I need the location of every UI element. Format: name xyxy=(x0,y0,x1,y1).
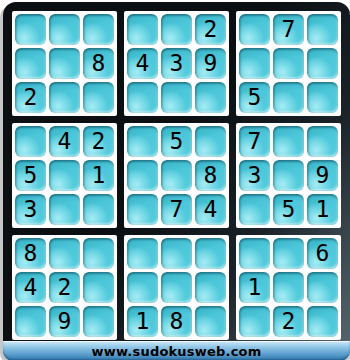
cell-r1c8[interactable]: 7 xyxy=(273,14,304,45)
cell-r9c8[interactable]: 2 xyxy=(273,306,304,337)
box-1-1: 82 xyxy=(12,11,117,116)
cell-r9c2[interactable]: 9 xyxy=(49,306,80,337)
cell-r3c2[interactable] xyxy=(49,82,80,113)
cell-r5c5[interactable] xyxy=(161,160,192,191)
cell-r5c6[interactable]: 8 xyxy=(195,160,226,191)
cell-r8c2[interactable]: 2 xyxy=(49,272,80,303)
cell-r1c6[interactable]: 2 xyxy=(195,14,226,45)
box-3-2: 18 xyxy=(124,235,229,340)
box-1-2: 2439 xyxy=(124,11,229,116)
cell-r8c1[interactable]: 4 xyxy=(15,272,46,303)
cell-r2c7[interactable] xyxy=(239,48,270,79)
cell-r1c1[interactable] xyxy=(15,14,46,45)
box-2-2: 5874 xyxy=(124,123,229,228)
cell-r5c1[interactable]: 5 xyxy=(15,160,46,191)
cell-r5c9[interactable]: 9 xyxy=(307,160,338,191)
cell-r5c4[interactable] xyxy=(127,160,158,191)
site-url: www.sudokusweb.com xyxy=(92,344,262,359)
cell-r3c5[interactable] xyxy=(161,82,192,113)
cell-r4c6[interactable] xyxy=(195,126,226,157)
cell-r6c2[interactable] xyxy=(49,194,80,225)
cell-r4c3[interactable]: 2 xyxy=(83,126,114,157)
cell-r6c4[interactable] xyxy=(127,194,158,225)
cell-r3c3[interactable] xyxy=(83,82,114,113)
cell-r6c1[interactable]: 3 xyxy=(15,194,46,225)
box-1-3: 75 xyxy=(236,11,341,116)
cell-r7c4[interactable] xyxy=(127,238,158,269)
cell-r1c4[interactable] xyxy=(127,14,158,45)
cell-r2c2[interactable] xyxy=(49,48,80,79)
cell-r9c9[interactable] xyxy=(307,306,338,337)
cell-r1c7[interactable] xyxy=(239,14,270,45)
cell-r7c1[interactable]: 8 xyxy=(15,238,46,269)
cell-r7c6[interactable] xyxy=(195,238,226,269)
cell-r7c9[interactable]: 6 xyxy=(307,238,338,269)
cell-r7c5[interactable] xyxy=(161,238,192,269)
sudoku-page: 8224397542513587473951842918612 www.sudo… xyxy=(0,0,350,360)
cell-r3c1[interactable]: 2 xyxy=(15,82,46,113)
cell-r2c4[interactable]: 4 xyxy=(127,48,158,79)
cell-r4c5[interactable]: 5 xyxy=(161,126,192,157)
cell-r7c7[interactable] xyxy=(239,238,270,269)
cell-r8c6[interactable] xyxy=(195,272,226,303)
cell-r2c9[interactable] xyxy=(307,48,338,79)
footer-bar: www.sudokusweb.com xyxy=(3,341,350,360)
cell-r8c4[interactable] xyxy=(127,272,158,303)
cell-r5c2[interactable] xyxy=(49,160,80,191)
cell-r2c5[interactable]: 3 xyxy=(161,48,192,79)
cell-r7c8[interactable] xyxy=(273,238,304,269)
sudoku-board: 8224397542513587473951842918612 www.sudo… xyxy=(3,2,350,360)
box-2-1: 42513 xyxy=(12,123,117,228)
cell-r4c9[interactable] xyxy=(307,126,338,157)
cell-r3c9[interactable] xyxy=(307,82,338,113)
cell-r1c2[interactable] xyxy=(49,14,80,45)
cell-r2c8[interactable] xyxy=(273,48,304,79)
box-2-3: 73951 xyxy=(236,123,341,228)
cell-r3c7[interactable]: 5 xyxy=(239,82,270,113)
cell-r6c8[interactable]: 5 xyxy=(273,194,304,225)
sudoku-grid: 8224397542513587473951842918612 xyxy=(3,2,350,340)
cell-r9c6[interactable] xyxy=(195,306,226,337)
cell-r4c4[interactable] xyxy=(127,126,158,157)
cell-r9c7[interactable] xyxy=(239,306,270,337)
cell-r3c4[interactable] xyxy=(127,82,158,113)
cell-r7c2[interactable] xyxy=(49,238,80,269)
box-3-3: 612 xyxy=(236,235,341,340)
cell-r4c1[interactable] xyxy=(15,126,46,157)
cell-r5c7[interactable]: 3 xyxy=(239,160,270,191)
box-3-1: 8429 xyxy=(12,235,117,340)
cell-r6c7[interactable] xyxy=(239,194,270,225)
cell-r2c6[interactable]: 9 xyxy=(195,48,226,79)
cell-r1c5[interactable] xyxy=(161,14,192,45)
cell-r8c8[interactable] xyxy=(273,272,304,303)
cell-r4c2[interactable]: 4 xyxy=(49,126,80,157)
cell-r1c3[interactable] xyxy=(83,14,114,45)
cell-r6c9[interactable]: 1 xyxy=(307,194,338,225)
cell-r8c7[interactable]: 1 xyxy=(239,272,270,303)
cell-r5c8[interactable] xyxy=(273,160,304,191)
cell-r2c1[interactable] xyxy=(15,48,46,79)
cell-r1c9[interactable] xyxy=(307,14,338,45)
cell-r9c1[interactable] xyxy=(15,306,46,337)
cell-r3c8[interactable] xyxy=(273,82,304,113)
cell-r8c5[interactable] xyxy=(161,272,192,303)
cell-r2c3[interactable]: 8 xyxy=(83,48,114,79)
cell-r5c3[interactable]: 1 xyxy=(83,160,114,191)
cell-r9c3[interactable] xyxy=(83,306,114,337)
cell-r9c5[interactable]: 8 xyxy=(161,306,192,337)
cell-r8c9[interactable] xyxy=(307,272,338,303)
cell-r3c6[interactable] xyxy=(195,82,226,113)
cell-r9c4[interactable]: 1 xyxy=(127,306,158,337)
cell-r6c5[interactable]: 7 xyxy=(161,194,192,225)
cell-r6c3[interactable] xyxy=(83,194,114,225)
cell-r4c7[interactable]: 7 xyxy=(239,126,270,157)
cell-r6c6[interactable]: 4 xyxy=(195,194,226,225)
cell-r7c3[interactable] xyxy=(83,238,114,269)
cell-r4c8[interactable] xyxy=(273,126,304,157)
cell-r8c3[interactable] xyxy=(83,272,114,303)
